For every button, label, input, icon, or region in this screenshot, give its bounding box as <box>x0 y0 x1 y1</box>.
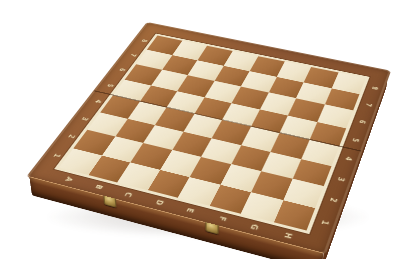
rank-label-right-8: 8 <box>369 86 378 90</box>
square-f6 <box>260 92 296 115</box>
chess-board: ♜♞♝♚♛♝♞♜♟♟♟♟♟♟♟♟♟♟♟♟♟♟♟♟♜♞♝♚♛♝♞♜ ABCDEFG… <box>26 22 391 255</box>
file-label-b: B <box>92 183 103 189</box>
file-label-d: D <box>152 199 163 206</box>
file-label-e: E <box>184 207 195 213</box>
rank-label-left-3: 3 <box>79 116 89 121</box>
file-label-c: C <box>122 191 133 197</box>
file-label-a: A <box>62 176 73 182</box>
rank-label-left-4: 4 <box>92 99 101 104</box>
rank-label-right-3: 3 <box>335 176 345 182</box>
rank-label-right-2: 2 <box>327 197 337 203</box>
file-label-h: H <box>281 231 292 239</box>
rank-label-right-1: 1 <box>318 219 328 225</box>
rank-label-left-2: 2 <box>65 134 75 139</box>
rank-label-left-1: 1 <box>51 152 61 157</box>
rank-label-left-6: 6 <box>117 67 126 71</box>
rank-label-right-4: 4 <box>342 156 352 161</box>
rank-label-right-6: 6 <box>356 119 365 124</box>
rank-label-left-7: 7 <box>128 53 137 57</box>
file-label-g: G <box>248 223 259 230</box>
rank-label-left-5: 5 <box>105 83 114 87</box>
rank-label-right-5: 5 <box>350 137 359 142</box>
file-label-f: F <box>215 215 226 221</box>
rank-label-left-8: 8 <box>139 39 147 43</box>
chess-set-photo: ♜♞♝♚♛♝♞♜♟♟♟♟♟♟♟♟♟♟♟♟♟♟♟♟♜♞♝♚♛♝♞♜ ABCDEFG… <box>0 0 420 259</box>
rank-label-right-7: 7 <box>363 102 372 107</box>
scene: ♜♞♝♚♛♝♞♜♟♟♟♟♟♟♟♟♟♟♟♟♟♟♟♟♜♞♝♚♛♝♞♜ ABCDEFG… <box>0 0 420 259</box>
